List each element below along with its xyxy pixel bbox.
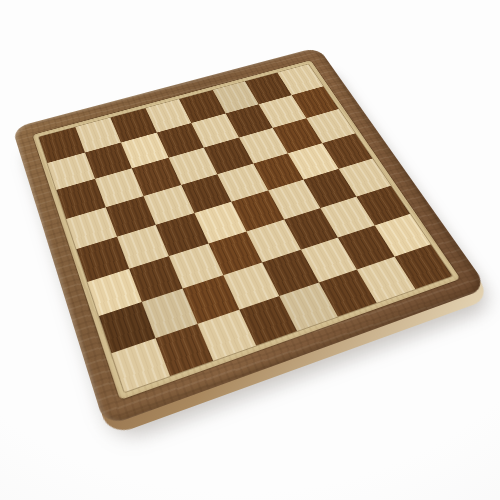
chessboard	[12, 47, 488, 427]
photo-backdrop	[0, 0, 500, 500]
